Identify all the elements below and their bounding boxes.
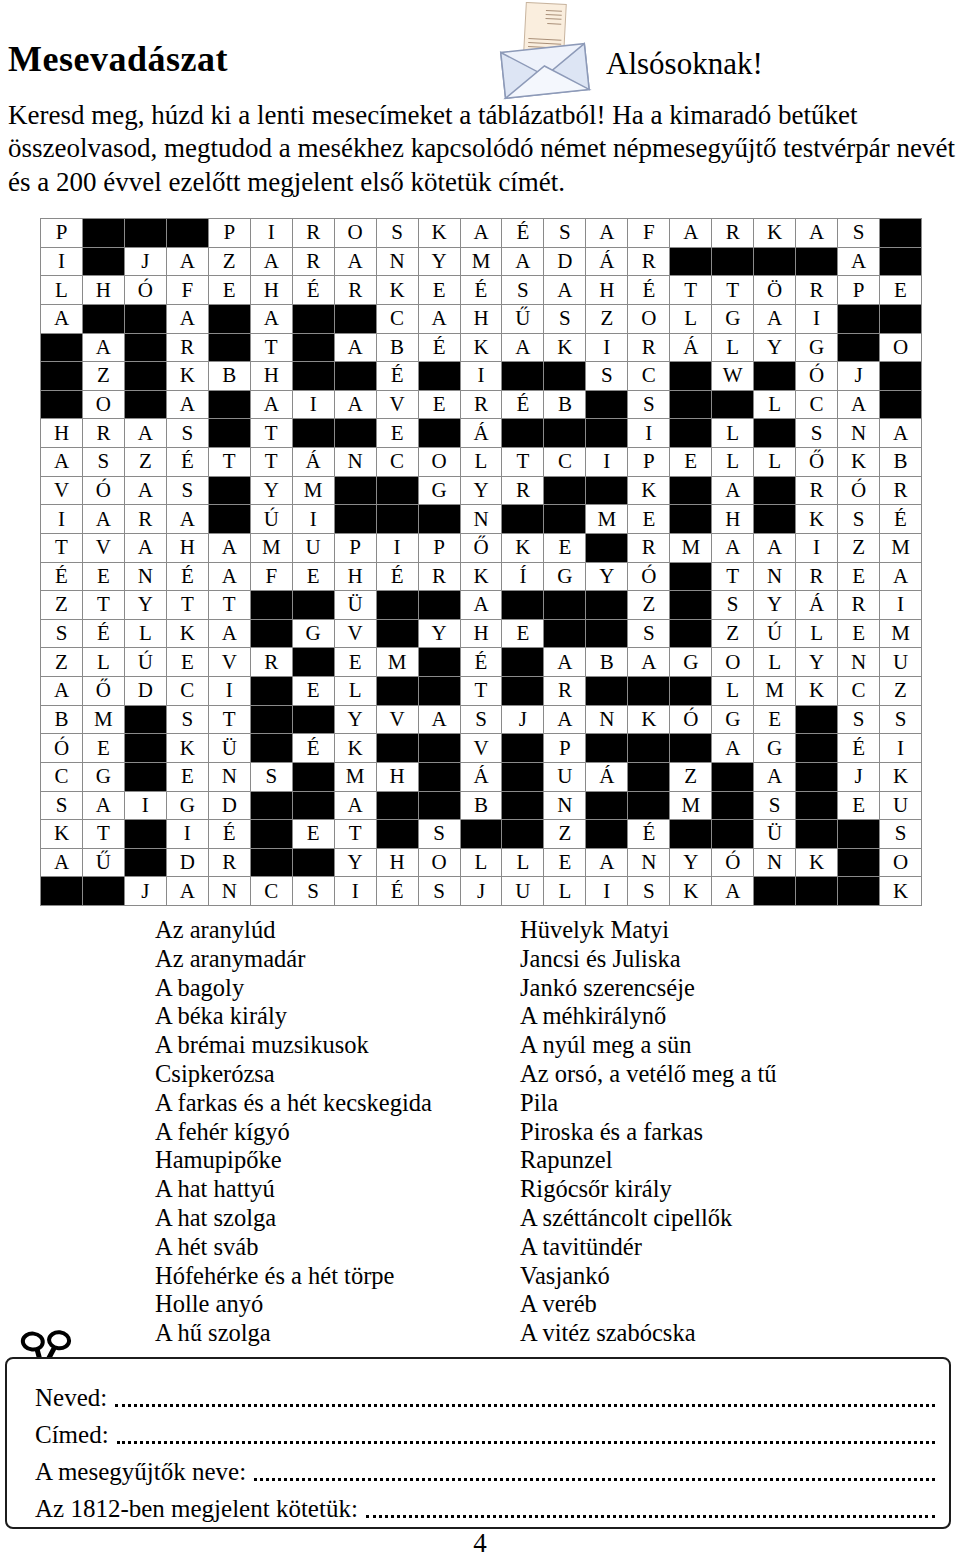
grid-cell[interactable]: I <box>586 877 627 905</box>
grid-cell[interactable]: L <box>502 849 543 877</box>
grid-cell-black[interactable] <box>502 792 543 820</box>
grid-cell-black[interactable] <box>419 734 460 762</box>
grid-cell[interactable]: M <box>377 648 418 676</box>
grid-cell[interactable]: K <box>41 820 82 848</box>
grid-cell-black[interactable] <box>293 792 334 820</box>
grid-cell[interactable]: A <box>251 248 292 276</box>
grid-cell[interactable]: S <box>712 591 753 619</box>
grid-cell-black[interactable] <box>251 820 292 848</box>
grid-cell[interactable]: Ü <box>754 820 795 848</box>
grid-cell-black[interactable] <box>251 591 292 619</box>
grid-cell[interactable]: V <box>335 620 376 648</box>
grid-cell[interactable]: K <box>461 563 502 591</box>
grid-cell[interactable]: K <box>880 877 921 905</box>
grid-cell[interactable]: K <box>335 734 376 762</box>
grid-cell[interactable]: A <box>167 877 208 905</box>
grid-cell[interactable]: C <box>544 448 585 476</box>
grid-cell[interactable]: S <box>41 792 82 820</box>
grid-cell[interactable]: V <box>377 706 418 734</box>
grid-cell[interactable]: T <box>251 334 292 362</box>
grid-cell[interactable]: A <box>502 334 543 362</box>
grid-cell[interactable]: V <box>377 391 418 419</box>
grid-cell-black[interactable] <box>419 792 460 820</box>
grid-cell[interactable]: Í <box>502 563 543 591</box>
grid-cell[interactable]: A <box>167 248 208 276</box>
grid-cell[interactable]: K <box>796 677 837 705</box>
grid-cell[interactable]: S <box>838 219 879 247</box>
grid-cell[interactable]: I <box>335 877 376 905</box>
grid-cell-black[interactable] <box>125 334 166 362</box>
grid-cell[interactable]: N <box>377 248 418 276</box>
grid-cell-black[interactable] <box>796 248 837 276</box>
grid-cell[interactable]: J <box>838 362 879 390</box>
grid-cell[interactable]: R <box>293 219 334 247</box>
grid-cell[interactable]: L <box>670 305 711 333</box>
grid-cell-black[interactable] <box>419 763 460 791</box>
grid-cell[interactable]: A <box>544 648 585 676</box>
grid-cell[interactable]: A <box>670 219 711 247</box>
grid-cell[interactable]: I <box>796 305 837 333</box>
grid-cell[interactable]: S <box>838 706 879 734</box>
grid-cell[interactable]: Y <box>335 849 376 877</box>
grid-cell[interactable]: Z <box>544 820 585 848</box>
grid-cell[interactable]: T <box>209 706 250 734</box>
grid-cell[interactable]: T <box>83 591 124 619</box>
grid-cell[interactable]: S <box>377 219 418 247</box>
grid-cell[interactable]: I <box>880 734 921 762</box>
grid-cell-black[interactable] <box>712 763 753 791</box>
grid-cell-black[interactable] <box>502 591 543 619</box>
grid-cell[interactable]: A <box>83 792 124 820</box>
grid-cell[interactable]: A <box>335 792 376 820</box>
grid-cell[interactable]: A <box>586 219 627 247</box>
grid-cell-black[interactable] <box>712 248 753 276</box>
grid-cell-black[interactable] <box>251 849 292 877</box>
grid-cell[interactable]: Ó <box>838 477 879 505</box>
grid-cell[interactable]: S <box>41 620 82 648</box>
grid-cell[interactable]: M <box>461 248 502 276</box>
grid-cell[interactable]: Y <box>419 620 460 648</box>
grid-cell-black[interactable] <box>377 477 418 505</box>
grid-cell[interactable]: A <box>167 505 208 533</box>
grid-cell-black[interactable] <box>293 706 334 734</box>
grid-cell-black[interactable] <box>754 877 795 905</box>
grid-cell[interactable]: H <box>83 276 124 304</box>
grid-cell-black[interactable] <box>712 792 753 820</box>
grid-cell-black[interactable] <box>377 620 418 648</box>
grid-cell[interactable]: A <box>544 276 585 304</box>
grid-cell[interactable]: S <box>167 419 208 447</box>
grid-cell[interactable]: S <box>544 219 585 247</box>
grid-cell[interactable]: S <box>461 706 502 734</box>
grid-cell[interactable]: I <box>125 792 166 820</box>
grid-cell[interactable]: T <box>41 534 82 562</box>
grid-cell-black[interactable] <box>544 362 585 390</box>
grid-cell[interactable]: L <box>712 448 753 476</box>
grid-cell-black[interactable] <box>670 505 711 533</box>
grid-cell[interactable]: K <box>167 362 208 390</box>
grid-cell[interactable]: V <box>209 648 250 676</box>
grid-cell[interactable]: Z <box>41 591 82 619</box>
grid-cell[interactable]: A <box>125 477 166 505</box>
grid-cell-black[interactable] <box>293 763 334 791</box>
grid-cell[interactable]: N <box>754 849 795 877</box>
grid-cell[interactable]: U <box>293 534 334 562</box>
grid-cell-black[interactable] <box>796 820 837 848</box>
grid-cell[interactable]: A <box>502 248 543 276</box>
grid-cell[interactable]: Ü <box>335 591 376 619</box>
grid-cell[interactable]: H <box>586 276 627 304</box>
grid-cell[interactable]: O <box>419 448 460 476</box>
grid-cell[interactable]: E <box>544 534 585 562</box>
grid-cell[interactable]: E <box>838 563 879 591</box>
grid-cell[interactable]: T <box>251 448 292 476</box>
grid-cell[interactable]: R <box>502 477 543 505</box>
grid-cell[interactable]: R <box>335 276 376 304</box>
grid-cell[interactable]: B <box>880 448 921 476</box>
grid-cell-black[interactable] <box>628 677 669 705</box>
grid-cell-black[interactable] <box>41 877 82 905</box>
grid-cell[interactable]: A <box>125 419 166 447</box>
grid-cell[interactable]: Ó <box>712 849 753 877</box>
grid-cell[interactable]: A <box>251 305 292 333</box>
grid-cell[interactable]: É <box>293 734 334 762</box>
grid-cell[interactable]: A <box>628 648 669 676</box>
grid-cell-black[interactable] <box>125 849 166 877</box>
grid-cell[interactable]: N <box>209 877 250 905</box>
grid-cell-black[interactable] <box>419 505 460 533</box>
grid-cell[interactable]: Y <box>670 849 711 877</box>
grid-cell[interactable]: J <box>461 877 502 905</box>
grid-cell[interactable]: M <box>670 792 711 820</box>
grid-cell[interactable]: G <box>419 477 460 505</box>
grid-cell-black[interactable] <box>209 419 250 447</box>
grid-cell[interactable]: M <box>293 477 334 505</box>
grid-cell[interactable]: Y <box>586 563 627 591</box>
grid-cell-black[interactable] <box>209 391 250 419</box>
grid-cell[interactable]: E <box>754 706 795 734</box>
grid-cell[interactable]: O <box>83 391 124 419</box>
grid-cell[interactable]: T <box>209 448 250 476</box>
grid-cell[interactable]: A <box>880 563 921 591</box>
grid-cell-black[interactable] <box>251 734 292 762</box>
grid-cell[interactable]: A <box>461 219 502 247</box>
grid-cell[interactable]: I <box>167 820 208 848</box>
grid-cell-black[interactable] <box>796 734 837 762</box>
grid-cell[interactable]: E <box>293 563 334 591</box>
grid-cell[interactable]: O <box>419 849 460 877</box>
grid-cell[interactable]: G <box>670 648 711 676</box>
grid-cell-black[interactable] <box>125 820 166 848</box>
grid-cell-black[interactable] <box>838 334 879 362</box>
grid-cell[interactable]: A <box>41 677 82 705</box>
grid-cell[interactable]: B <box>377 334 418 362</box>
grid-cell-black[interactable] <box>796 763 837 791</box>
grid-cell[interactable]: R <box>209 849 250 877</box>
grid-cell-black[interactable] <box>670 362 711 390</box>
grid-cell[interactable]: Y <box>754 334 795 362</box>
grid-cell[interactable]: Ő <box>796 448 837 476</box>
grid-cell[interactable]: P <box>628 448 669 476</box>
grid-cell[interactable]: A <box>419 305 460 333</box>
grid-cell-black[interactable] <box>83 248 124 276</box>
grid-cell-black[interactable] <box>754 419 795 447</box>
grid-cell[interactable]: O <box>335 219 376 247</box>
grid-cell[interactable]: A <box>419 706 460 734</box>
grid-cell[interactable]: R <box>628 534 669 562</box>
grid-cell[interactable]: E <box>335 648 376 676</box>
grid-cell[interactable]: A <box>712 734 753 762</box>
grid-cell[interactable]: L <box>754 648 795 676</box>
grid-cell[interactable]: Ó <box>83 477 124 505</box>
grid-cell[interactable]: Á <box>796 591 837 619</box>
grid-cell[interactable]: L <box>461 849 502 877</box>
grid-cell[interactable]: S <box>419 877 460 905</box>
grid-cell[interactable]: S <box>502 276 543 304</box>
grid-cell[interactable]: E <box>628 505 669 533</box>
grid-cell-black[interactable] <box>293 334 334 362</box>
grid-cell[interactable]: N <box>544 792 585 820</box>
grid-cell-black[interactable] <box>670 419 711 447</box>
grid-cell-black[interactable] <box>502 677 543 705</box>
grid-cell[interactable]: I <box>880 591 921 619</box>
grid-cell[interactable]: M <box>251 534 292 562</box>
grid-cell-black[interactable] <box>419 677 460 705</box>
grid-cell-black[interactable] <box>335 477 376 505</box>
grid-cell[interactable]: O <box>880 849 921 877</box>
grid-cell-black[interactable] <box>251 677 292 705</box>
grid-cell[interactable]: E <box>838 620 879 648</box>
grid-cell[interactable]: Ú <box>251 505 292 533</box>
grid-cell-black[interactable] <box>125 734 166 762</box>
grid-cell[interactable]: I <box>586 448 627 476</box>
grid-cell-black[interactable] <box>796 877 837 905</box>
grid-cell[interactable]: A <box>209 563 250 591</box>
slip-field-write-in-line[interactable] <box>115 1404 935 1407</box>
grid-cell-black[interactable] <box>628 734 669 762</box>
grid-cell-black[interactable] <box>502 419 543 447</box>
grid-cell[interactable]: Á <box>461 763 502 791</box>
grid-cell-black[interactable] <box>502 505 543 533</box>
grid-cell[interactable]: P <box>838 276 879 304</box>
grid-cell[interactable]: R <box>167 334 208 362</box>
grid-cell[interactable]: É <box>293 276 334 304</box>
grid-cell[interactable]: B <box>461 792 502 820</box>
slip-field-write-in-line[interactable] <box>117 1441 935 1444</box>
grid-cell[interactable]: P <box>419 534 460 562</box>
grid-cell[interactable]: K <box>880 763 921 791</box>
grid-cell[interactable]: A <box>838 248 879 276</box>
grid-cell-black[interactable] <box>670 391 711 419</box>
grid-cell-black[interactable] <box>712 820 753 848</box>
grid-cell-black[interactable] <box>377 591 418 619</box>
grid-cell-black[interactable] <box>586 677 627 705</box>
grid-cell[interactable]: A <box>83 505 124 533</box>
grid-cell-black[interactable] <box>41 362 82 390</box>
grid-cell[interactable]: R <box>796 563 837 591</box>
grid-cell[interactable]: G <box>83 763 124 791</box>
grid-cell-black[interactable] <box>125 391 166 419</box>
grid-cell-black[interactable] <box>670 477 711 505</box>
grid-cell[interactable]: A <box>83 334 124 362</box>
grid-cell[interactable]: L <box>335 677 376 705</box>
grid-cell[interactable]: T <box>209 591 250 619</box>
grid-cell-black[interactable] <box>754 362 795 390</box>
grid-cell[interactable]: R <box>461 391 502 419</box>
grid-cell-black[interactable] <box>209 477 250 505</box>
grid-cell[interactable]: Y <box>419 248 460 276</box>
grid-cell[interactable]: Ő <box>461 534 502 562</box>
grid-cell[interactable]: Z <box>586 305 627 333</box>
grid-cell-black[interactable] <box>880 362 921 390</box>
grid-cell[interactable]: Ú <box>754 620 795 648</box>
grid-cell[interactable]: M <box>586 505 627 533</box>
grid-cell[interactable]: É <box>628 276 669 304</box>
grid-cell[interactable]: C <box>838 677 879 705</box>
grid-cell[interactable]: N <box>461 505 502 533</box>
grid-cell[interactable]: E <box>419 391 460 419</box>
grid-cell[interactable]: C <box>628 362 669 390</box>
grid-cell[interactable]: Ű <box>83 849 124 877</box>
grid-cell[interactable]: S <box>838 505 879 533</box>
grid-cell[interactable]: K <box>670 877 711 905</box>
grid-cell-black[interactable] <box>125 362 166 390</box>
grid-cell-black[interactable] <box>628 763 669 791</box>
grid-cell[interactable]: I <box>41 505 82 533</box>
grid-cell[interactable]: A <box>586 849 627 877</box>
grid-cell-black[interactable] <box>502 763 543 791</box>
grid-cell-black[interactable] <box>83 305 124 333</box>
grid-cell-black[interactable] <box>419 648 460 676</box>
grid-cell[interactable]: F <box>251 563 292 591</box>
grid-cell[interactable]: É <box>838 734 879 762</box>
grid-cell[interactable]: L <box>461 448 502 476</box>
grid-cell[interactable]: L <box>41 276 82 304</box>
grid-cell[interactable]: M <box>335 763 376 791</box>
grid-cell[interactable]: O <box>712 648 753 676</box>
grid-cell-black[interactable] <box>670 563 711 591</box>
grid-cell[interactable]: H <box>377 849 418 877</box>
grid-cell[interactable]: A <box>335 334 376 362</box>
grid-cell[interactable]: H <box>335 563 376 591</box>
grid-cell[interactable]: P <box>335 534 376 562</box>
grid-cell-black[interactable] <box>670 620 711 648</box>
grid-cell[interactable]: Y <box>251 477 292 505</box>
grid-cell-black[interactable] <box>419 362 460 390</box>
grid-cell-black[interactable] <box>754 505 795 533</box>
grid-cell[interactable]: H <box>251 362 292 390</box>
grid-cell[interactable]: M <box>880 534 921 562</box>
grid-cell[interactable]: B <box>209 362 250 390</box>
grid-cell-black[interactable] <box>586 391 627 419</box>
grid-cell[interactable]: O <box>880 334 921 362</box>
grid-cell[interactable]: C <box>41 763 82 791</box>
grid-cell[interactable]: N <box>335 448 376 476</box>
grid-cell[interactable]: Z <box>880 677 921 705</box>
grid-cell[interactable]: Z <box>838 534 879 562</box>
grid-cell-black[interactable] <box>670 677 711 705</box>
grid-cell[interactable]: S <box>586 362 627 390</box>
grid-cell[interactable]: A <box>712 877 753 905</box>
grid-cell-black[interactable] <box>838 849 879 877</box>
grid-cell[interactable]: Y <box>796 648 837 676</box>
grid-cell[interactable]: N <box>754 563 795 591</box>
grid-cell[interactable]: T <box>335 820 376 848</box>
grid-cell[interactable]: É <box>377 563 418 591</box>
grid-cell[interactable]: W <box>712 362 753 390</box>
grid-cell[interactable]: F <box>167 276 208 304</box>
grid-cell[interactable]: E <box>167 763 208 791</box>
grid-cell[interactable]: A <box>41 448 82 476</box>
grid-cell[interactable]: D <box>125 677 166 705</box>
grid-cell[interactable]: A <box>754 763 795 791</box>
grid-cell[interactable]: Á <box>670 334 711 362</box>
grid-cell-black[interactable] <box>544 591 585 619</box>
grid-cell[interactable]: A <box>461 591 502 619</box>
grid-cell[interactable]: A <box>167 391 208 419</box>
grid-cell-black[interactable] <box>335 305 376 333</box>
grid-cell[interactable]: S <box>544 305 585 333</box>
grid-cell[interactable]: Z <box>125 448 166 476</box>
grid-cell[interactable]: B <box>544 391 585 419</box>
grid-cell[interactable]: Á <box>586 763 627 791</box>
grid-cell-black[interactable] <box>670 248 711 276</box>
grid-cell[interactable]: Ó <box>628 563 669 591</box>
grid-cell[interactable]: É <box>167 563 208 591</box>
grid-cell[interactable]: O <box>628 305 669 333</box>
grid-cell[interactable]: S <box>880 706 921 734</box>
grid-cell[interactable]: J <box>125 877 166 905</box>
grid-cell[interactable]: S <box>880 820 921 848</box>
grid-cell[interactable]: É <box>167 448 208 476</box>
grid-cell[interactable]: A <box>41 305 82 333</box>
grid-cell[interactable]: E <box>293 820 334 848</box>
grid-cell[interactable]: T <box>502 448 543 476</box>
grid-cell-black[interactable] <box>544 477 585 505</box>
grid-cell[interactable]: Á <box>293 448 334 476</box>
grid-cell[interactable]: Z <box>83 362 124 390</box>
grid-cell[interactable]: A <box>125 534 166 562</box>
grid-cell[interactable]: A <box>754 305 795 333</box>
grid-cell[interactable]: N <box>125 563 166 591</box>
grid-cell[interactable]: T <box>712 563 753 591</box>
grid-cell[interactable]: K <box>544 334 585 362</box>
grid-cell-black[interactable] <box>83 877 124 905</box>
grid-cell[interactable]: M <box>83 706 124 734</box>
grid-cell[interactable]: É <box>377 362 418 390</box>
grid-cell[interactable]: T <box>461 677 502 705</box>
grid-cell[interactable]: E <box>83 563 124 591</box>
grid-cell-black[interactable] <box>251 792 292 820</box>
grid-cell[interactable]: E <box>167 648 208 676</box>
grid-cell[interactable]: É <box>209 820 250 848</box>
grid-cell[interactable]: U <box>544 763 585 791</box>
grid-cell[interactable]: H <box>377 763 418 791</box>
grid-cell[interactable]: A <box>335 248 376 276</box>
grid-cell[interactable]: S <box>628 391 669 419</box>
grid-cell[interactable]: K <box>754 219 795 247</box>
grid-cell[interactable]: E <box>838 792 879 820</box>
grid-cell[interactable]: C <box>377 448 418 476</box>
grid-cell[interactable]: K <box>796 505 837 533</box>
grid-cell[interactable]: S <box>628 877 669 905</box>
grid-cell[interactable]: G <box>754 734 795 762</box>
grid-cell[interactable]: R <box>880 477 921 505</box>
grid-cell[interactable]: É <box>461 648 502 676</box>
grid-cell-black[interactable] <box>586 534 627 562</box>
grid-cell[interactable]: A <box>41 849 82 877</box>
grid-cell[interactable]: Ö <box>754 276 795 304</box>
